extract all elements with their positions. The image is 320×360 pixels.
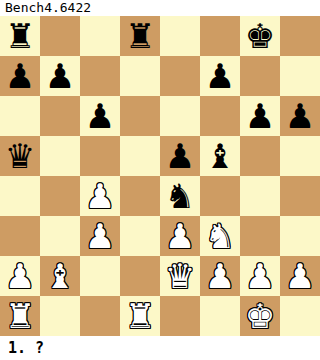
square-f6[interactable] (200, 96, 240, 136)
square-f4[interactable] (200, 176, 240, 216)
square-e5[interactable]: ♟ (160, 136, 200, 176)
square-e8[interactable] (160, 16, 200, 56)
square-c2[interactable] (80, 256, 120, 296)
square-f1[interactable] (200, 296, 240, 336)
square-d1[interactable]: ♜ (120, 296, 160, 336)
page-title: Bench4.6422 (5, 1, 91, 15)
square-a5[interactable]: ♛ (0, 136, 40, 176)
square-h8[interactable] (280, 16, 320, 56)
square-g3[interactable] (240, 216, 280, 256)
white-pawn-piece: ♟ (205, 256, 235, 296)
square-c5[interactable] (80, 136, 120, 176)
square-g4[interactable] (240, 176, 280, 216)
white-pawn-piece: ♟ (85, 216, 115, 256)
black-rook-piece: ♜ (5, 16, 35, 56)
white-pawn-piece: ♟ (85, 176, 115, 216)
square-g1[interactable]: ♚ (240, 296, 280, 336)
square-f2[interactable]: ♟ (200, 256, 240, 296)
black-pawn-piece: ♟ (205, 56, 235, 96)
square-c8[interactable] (80, 16, 120, 56)
square-c6[interactable]: ♟ (80, 96, 120, 136)
square-a6[interactable] (0, 96, 40, 136)
chess-app-window: Bench4.6422 ♜♜♚♟♟♟♟♟♟♛♟♝♟♞♟♟♞♟♝♛♟♟♟♜♜♚ 1… (0, 0, 320, 360)
square-b6[interactable] (40, 96, 80, 136)
square-a4[interactable] (0, 176, 40, 216)
square-d8[interactable]: ♜ (120, 16, 160, 56)
square-c4[interactable]: ♟ (80, 176, 120, 216)
black-rook-piece: ♜ (125, 16, 155, 56)
square-a1[interactable]: ♜ (0, 296, 40, 336)
square-h5[interactable] (280, 136, 320, 176)
square-e4[interactable]: ♞ (160, 176, 200, 216)
square-e1[interactable] (160, 296, 200, 336)
black-pawn-piece: ♟ (85, 96, 115, 136)
square-d2[interactable] (120, 256, 160, 296)
move-prompt: 1. ? (8, 339, 44, 357)
black-knight-piece: ♞ (165, 176, 195, 216)
square-a3[interactable] (0, 216, 40, 256)
white-king-piece: ♚ (245, 296, 275, 336)
white-bishop-piece: ♝ (45, 256, 75, 296)
black-bishop-piece: ♝ (205, 136, 235, 176)
square-h1[interactable] (280, 296, 320, 336)
white-pawn-piece: ♟ (165, 216, 195, 256)
square-e2[interactable]: ♛ (160, 256, 200, 296)
square-c1[interactable] (80, 296, 120, 336)
square-g6[interactable]: ♟ (240, 96, 280, 136)
square-h4[interactable] (280, 176, 320, 216)
black-king-piece: ♚ (245, 16, 275, 56)
square-d6[interactable] (120, 96, 160, 136)
square-b1[interactable] (40, 296, 80, 336)
square-f3[interactable]: ♞ (200, 216, 240, 256)
white-queen-piece: ♛ (165, 256, 195, 296)
square-b8[interactable] (40, 16, 80, 56)
black-queen-piece: ♛ (5, 136, 35, 176)
square-g5[interactable] (240, 136, 280, 176)
white-pawn-piece: ♟ (285, 256, 315, 296)
square-b5[interactable] (40, 136, 80, 176)
square-h7[interactable] (280, 56, 320, 96)
white-pawn-piece: ♟ (5, 256, 35, 296)
square-e6[interactable] (160, 96, 200, 136)
square-a2[interactable]: ♟ (0, 256, 40, 296)
square-h3[interactable] (280, 216, 320, 256)
white-knight-piece: ♞ (205, 216, 235, 256)
square-h2[interactable]: ♟ (280, 256, 320, 296)
square-c3[interactable]: ♟ (80, 216, 120, 256)
black-pawn-piece: ♟ (165, 136, 195, 176)
square-d5[interactable] (120, 136, 160, 176)
black-pawn-piece: ♟ (285, 96, 315, 136)
chess-board: ♜♜♚♟♟♟♟♟♟♛♟♝♟♞♟♟♞♟♝♛♟♟♟♜♜♚ (0, 16, 320, 336)
square-a7[interactable]: ♟ (0, 56, 40, 96)
square-d7[interactable] (120, 56, 160, 96)
white-rook-piece: ♜ (125, 296, 155, 336)
square-e7[interactable] (160, 56, 200, 96)
status-bar: 1. ? (0, 336, 320, 360)
square-f7[interactable]: ♟ (200, 56, 240, 96)
square-d3[interactable] (120, 216, 160, 256)
square-f8[interactable] (200, 16, 240, 56)
title-bar: Bench4.6422 (0, 0, 320, 16)
black-pawn-piece: ♟ (5, 56, 35, 96)
square-e3[interactable]: ♟ (160, 216, 200, 256)
black-pawn-piece: ♟ (45, 56, 75, 96)
square-b3[interactable] (40, 216, 80, 256)
square-b4[interactable] (40, 176, 80, 216)
square-f5[interactable]: ♝ (200, 136, 240, 176)
white-pawn-piece: ♟ (245, 256, 275, 296)
square-h6[interactable]: ♟ (280, 96, 320, 136)
black-pawn-piece: ♟ (245, 96, 275, 136)
square-a8[interactable]: ♜ (0, 16, 40, 56)
square-g7[interactable] (240, 56, 280, 96)
square-g8[interactable]: ♚ (240, 16, 280, 56)
square-c7[interactable] (80, 56, 120, 96)
white-rook-piece: ♜ (5, 296, 35, 336)
square-g2[interactable]: ♟ (240, 256, 280, 296)
square-d4[interactable] (120, 176, 160, 216)
square-b2[interactable]: ♝ (40, 256, 80, 296)
square-b7[interactable]: ♟ (40, 56, 80, 96)
